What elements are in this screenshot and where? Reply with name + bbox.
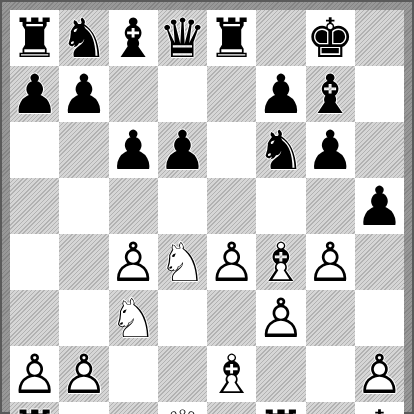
- square-e4[interactable]: ♟♙: [207, 234, 256, 290]
- square-d3[interactable]: [158, 290, 207, 346]
- black-rook: ♜: [207, 10, 256, 66]
- piece-solid-glyph: ♝: [306, 68, 354, 122]
- square-e7[interactable]: [207, 66, 256, 122]
- piece-outline-glyph: ♙: [257, 292, 305, 346]
- piece-outline-glyph: ♙: [60, 348, 108, 402]
- square-a7[interactable]: ♟: [10, 66, 59, 122]
- black-queen: ♛: [158, 10, 207, 66]
- white-pawn: ♟♙: [207, 234, 256, 290]
- piece-solid-glyph: ♟: [109, 124, 157, 178]
- square-f6[interactable]: ♞: [256, 122, 305, 178]
- piece-outline-glyph: ♙: [109, 236, 157, 290]
- square-d1[interactable]: ♛♕: [158, 402, 207, 414]
- piece-outline-glyph: ♖: [10, 404, 58, 414]
- white-pawn: ♟♙: [256, 290, 305, 346]
- piece-solid-glyph: ♟: [158, 124, 206, 178]
- white-pawn: ♟♙: [306, 234, 355, 290]
- black-pawn: ♟: [256, 66, 305, 122]
- white-pawn: ♟♙: [355, 346, 404, 402]
- square-f3[interactable]: ♟♙: [256, 290, 305, 346]
- square-h1[interactable]: ♚♔: [355, 402, 404, 414]
- black-pawn: ♟: [306, 122, 355, 178]
- square-b4[interactable]: [59, 234, 108, 290]
- piece-outline-glyph: ♗: [207, 348, 255, 402]
- square-a2[interactable]: ♟♙: [10, 346, 59, 402]
- white-rook: ♜♖: [256, 402, 305, 414]
- square-e2[interactable]: ♝♗: [207, 346, 256, 402]
- piece-outline-glyph: ♖: [257, 404, 305, 414]
- square-h8[interactable]: [355, 10, 404, 66]
- white-pawn: ♟♙: [109, 234, 158, 290]
- square-g1[interactable]: [306, 402, 355, 414]
- square-f7[interactable]: ♟: [256, 66, 305, 122]
- square-b6[interactable]: [59, 122, 108, 178]
- square-a6[interactable]: [10, 122, 59, 178]
- piece-outline-glyph: ♙: [207, 236, 255, 290]
- square-c3[interactable]: ♞♘: [109, 290, 158, 346]
- white-knight: ♞♘: [109, 290, 158, 346]
- square-c2[interactable]: [109, 346, 158, 402]
- black-pawn: ♟: [158, 122, 207, 178]
- square-g5[interactable]: [306, 178, 355, 234]
- square-c6[interactable]: ♟: [109, 122, 158, 178]
- square-b8[interactable]: ♞: [59, 10, 108, 66]
- black-knight: ♞: [256, 122, 305, 178]
- black-pawn: ♟: [10, 66, 59, 122]
- black-bishop: ♝: [109, 10, 158, 66]
- square-a4[interactable]: [10, 234, 59, 290]
- piece-solid-glyph: ♝: [109, 12, 157, 66]
- black-bishop: ♝: [306, 66, 355, 122]
- square-h3[interactable]: [355, 290, 404, 346]
- square-c5[interactable]: [109, 178, 158, 234]
- piece-outline-glyph: ♘: [109, 292, 157, 346]
- square-g6[interactable]: ♟: [306, 122, 355, 178]
- white-knight: ♞♘: [158, 234, 207, 290]
- square-a1[interactable]: ♜♖: [10, 402, 59, 414]
- square-h4[interactable]: [355, 234, 404, 290]
- square-b2[interactable]: ♟♙: [59, 346, 108, 402]
- piece-outline-glyph: ♔: [355, 404, 403, 414]
- piece-outline-glyph: ♙: [355, 348, 403, 402]
- piece-solid-glyph: ♜: [10, 12, 58, 66]
- piece-outline-glyph: ♗: [257, 236, 305, 290]
- piece-solid-glyph: ♛: [158, 12, 206, 66]
- white-pawn: ♟♙: [59, 346, 108, 402]
- black-pawn: ♟: [355, 178, 404, 234]
- white-bishop: ♝♗: [256, 234, 305, 290]
- square-b1[interactable]: [59, 402, 108, 414]
- piece-solid-glyph: ♟: [306, 124, 354, 178]
- square-e6[interactable]: [207, 122, 256, 178]
- square-e1[interactable]: [207, 402, 256, 414]
- square-h5[interactable]: ♟: [355, 178, 404, 234]
- square-d4[interactable]: ♞♘: [158, 234, 207, 290]
- piece-solid-glyph: ♟: [60, 68, 108, 122]
- piece-solid-glyph: ♚: [306, 12, 354, 66]
- square-h7[interactable]: [355, 66, 404, 122]
- square-f1[interactable]: ♜♖: [256, 402, 305, 414]
- square-f5[interactable]: [256, 178, 305, 234]
- chess-board: ♜♞♝♛♜♚♟♟♟♝♟♟♞♟♟♟♙♞♘♟♙♝♗♟♙♞♘♟♙♟♙♟♙♝♗♟♙♜♖♛…: [10, 10, 404, 404]
- square-b7[interactable]: ♟: [59, 66, 108, 122]
- black-rook: ♜: [10, 10, 59, 66]
- square-e3[interactable]: [207, 290, 256, 346]
- piece-outline-glyph: ♙: [10, 348, 58, 402]
- piece-outline-glyph: ♙: [306, 236, 354, 290]
- piece-solid-glyph: ♞: [60, 12, 108, 66]
- square-e8[interactable]: ♜: [207, 10, 256, 66]
- square-d5[interactable]: [158, 178, 207, 234]
- square-f2[interactable]: [256, 346, 305, 402]
- black-pawn: ♟: [59, 66, 108, 122]
- square-c4[interactable]: ♟♙: [109, 234, 158, 290]
- square-g3[interactable]: [306, 290, 355, 346]
- square-g4[interactable]: ♟♙: [306, 234, 355, 290]
- square-h2[interactable]: ♟♙: [355, 346, 404, 402]
- white-rook: ♜♖: [10, 402, 59, 414]
- piece-outline-glyph: ♕: [158, 404, 206, 414]
- square-g7[interactable]: ♝: [306, 66, 355, 122]
- black-pawn: ♟: [109, 122, 158, 178]
- white-queen: ♛♕: [158, 402, 207, 414]
- square-d8[interactable]: ♛: [158, 10, 207, 66]
- white-pawn: ♟♙: [10, 346, 59, 402]
- white-king: ♚♔: [355, 402, 404, 414]
- square-a5[interactable]: [10, 178, 59, 234]
- square-b5[interactable]: [59, 178, 108, 234]
- square-e5[interactable]: [207, 178, 256, 234]
- square-c8[interactable]: ♝: [109, 10, 158, 66]
- piece-solid-glyph: ♜: [207, 12, 255, 66]
- square-f4[interactable]: ♝♗: [256, 234, 305, 290]
- square-d6[interactable]: ♟: [158, 122, 207, 178]
- black-knight: ♞: [59, 10, 108, 66]
- square-h6[interactable]: [355, 122, 404, 178]
- square-d7[interactable]: [158, 66, 207, 122]
- piece-outline-glyph: ♘: [158, 236, 206, 290]
- white-bishop: ♝♗: [207, 346, 256, 402]
- square-a3[interactable]: [10, 290, 59, 346]
- square-a8[interactable]: ♜: [10, 10, 59, 66]
- square-c1[interactable]: [109, 402, 158, 414]
- square-g8[interactable]: ♚: [306, 10, 355, 66]
- square-g2[interactable]: [306, 346, 355, 402]
- square-b3[interactable]: [59, 290, 108, 346]
- black-king: ♚: [306, 10, 355, 66]
- piece-solid-glyph: ♟: [355, 180, 403, 234]
- square-d2[interactable]: [158, 346, 207, 402]
- chess-board-frame: ♜♞♝♛♜♚♟♟♟♝♟♟♞♟♟♟♙♞♘♟♙♝♗♟♙♞♘♟♙♟♙♟♙♝♗♟♙♜♖♛…: [0, 0, 414, 414]
- piece-solid-glyph: ♟: [257, 68, 305, 122]
- square-c7[interactable]: [109, 66, 158, 122]
- square-f8[interactable]: [256, 10, 305, 66]
- piece-solid-glyph: ♟: [10, 68, 58, 122]
- piece-solid-glyph: ♞: [257, 124, 305, 178]
